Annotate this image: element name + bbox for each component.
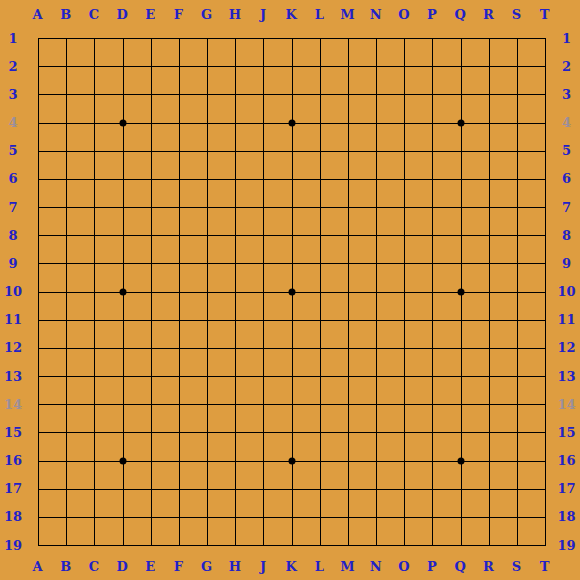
intersection-P5[interactable] [418,136,446,164]
intersection-A7[interactable] [24,192,52,220]
intersection-G18[interactable] [192,502,220,530]
intersection-B6[interactable] [52,164,80,192]
intersection-L1[interactable] [305,24,333,52]
intersection-R16[interactable] [474,446,502,474]
intersection-C10[interactable] [80,277,108,305]
intersection-N6[interactable] [361,164,389,192]
intersection-B18[interactable] [52,502,80,530]
intersection-A13[interactable] [24,361,52,389]
intersection-F11[interactable] [164,305,192,333]
intersection-P3[interactable] [418,80,446,108]
intersection-O19[interactable] [390,530,418,558]
intersection-A9[interactable] [24,249,52,277]
intersection-H8[interactable] [221,221,249,249]
intersection-E8[interactable] [136,221,164,249]
intersection-R19[interactable] [474,530,502,558]
intersection-F5[interactable] [164,136,192,164]
intersection-N7[interactable] [361,192,389,220]
intersection-Q13[interactable] [446,361,474,389]
intersection-S3[interactable] [502,80,530,108]
intersection-O18[interactable] [390,502,418,530]
intersection-O14[interactable] [390,390,418,418]
intersection-K14[interactable] [277,390,305,418]
intersection-E7[interactable] [136,192,164,220]
intersection-T6[interactable] [530,164,558,192]
intersection-O13[interactable] [390,361,418,389]
intersection-N12[interactable] [361,333,389,361]
intersection-Q2[interactable] [446,52,474,80]
intersection-M4[interactable] [333,108,361,136]
intersection-O9[interactable] [390,249,418,277]
intersection-T3[interactable] [530,80,558,108]
intersection-R4[interactable] [474,108,502,136]
intersection-K16[interactable] [277,446,305,474]
intersection-L2[interactable] [305,52,333,80]
intersection-B14[interactable] [52,390,80,418]
intersection-B17[interactable] [52,474,80,502]
intersection-H4[interactable] [221,108,249,136]
intersection-O5[interactable] [390,136,418,164]
intersection-L9[interactable] [305,249,333,277]
intersection-C15[interactable] [80,418,108,446]
intersection-F4[interactable] [164,108,192,136]
intersection-E2[interactable] [136,52,164,80]
intersection-K3[interactable] [277,80,305,108]
intersection-B4[interactable] [52,108,80,136]
intersection-C2[interactable] [80,52,108,80]
intersection-C7[interactable] [80,192,108,220]
intersection-T8[interactable] [530,221,558,249]
intersection-P10[interactable] [418,277,446,305]
intersection-D8[interactable] [108,221,136,249]
intersection-M10[interactable] [333,277,361,305]
intersection-Q12[interactable] [446,333,474,361]
intersection-E3[interactable] [136,80,164,108]
intersection-K15[interactable] [277,418,305,446]
intersection-R1[interactable] [474,24,502,52]
intersection-M9[interactable] [333,249,361,277]
intersection-E5[interactable] [136,136,164,164]
intersection-D9[interactable] [108,249,136,277]
intersection-J8[interactable] [249,221,277,249]
intersection-P9[interactable] [418,249,446,277]
intersection-E12[interactable] [136,333,164,361]
intersection-A14[interactable] [24,390,52,418]
intersection-T7[interactable] [530,192,558,220]
intersection-L3[interactable] [305,80,333,108]
intersection-H15[interactable] [221,418,249,446]
intersection-B5[interactable] [52,136,80,164]
intersection-Q15[interactable] [446,418,474,446]
intersection-Q11[interactable] [446,305,474,333]
intersection-A11[interactable] [24,305,52,333]
intersection-R6[interactable] [474,164,502,192]
intersection-S11[interactable] [502,305,530,333]
intersection-L6[interactable] [305,164,333,192]
intersection-P19[interactable] [418,530,446,558]
intersection-S7[interactable] [502,192,530,220]
intersection-H16[interactable] [221,446,249,474]
intersection-C8[interactable] [80,221,108,249]
intersection-D10[interactable] [108,277,136,305]
intersection-R13[interactable] [474,361,502,389]
intersection-J18[interactable] [249,502,277,530]
intersection-K5[interactable] [277,136,305,164]
intersection-D19[interactable] [108,530,136,558]
intersection-C13[interactable] [80,361,108,389]
intersection-E15[interactable] [136,418,164,446]
intersection-N10[interactable] [361,277,389,305]
intersection-P18[interactable] [418,502,446,530]
intersection-A1[interactable] [24,24,52,52]
intersection-D17[interactable] [108,474,136,502]
intersection-O3[interactable] [390,80,418,108]
intersection-K6[interactable] [277,164,305,192]
intersection-A6[interactable] [24,164,52,192]
intersection-A18[interactable] [24,502,52,530]
intersection-E13[interactable] [136,361,164,389]
intersection-S6[interactable] [502,164,530,192]
intersection-O15[interactable] [390,418,418,446]
intersection-Q10[interactable] [446,277,474,305]
intersection-T2[interactable] [530,52,558,80]
intersection-S17[interactable] [502,474,530,502]
intersection-D13[interactable] [108,361,136,389]
intersection-K10[interactable] [277,277,305,305]
intersection-Q16[interactable] [446,446,474,474]
intersection-G17[interactable] [192,474,220,502]
intersection-F6[interactable] [164,164,192,192]
intersection-G5[interactable] [192,136,220,164]
intersection-H3[interactable] [221,80,249,108]
intersection-D11[interactable] [108,305,136,333]
intersection-A17[interactable] [24,474,52,502]
intersection-N13[interactable] [361,361,389,389]
intersection-D6[interactable] [108,164,136,192]
intersection-P2[interactable] [418,52,446,80]
intersection-P11[interactable] [418,305,446,333]
intersection-K18[interactable] [277,502,305,530]
intersection-S18[interactable] [502,502,530,530]
intersection-F17[interactable] [164,474,192,502]
intersection-H6[interactable] [221,164,249,192]
intersection-N9[interactable] [361,249,389,277]
intersection-L10[interactable] [305,277,333,305]
intersection-G2[interactable] [192,52,220,80]
intersection-C11[interactable] [80,305,108,333]
intersection-T4[interactable] [530,108,558,136]
intersection-A5[interactable] [24,136,52,164]
intersection-R15[interactable] [474,418,502,446]
intersection-T13[interactable] [530,361,558,389]
intersection-E16[interactable] [136,446,164,474]
intersection-G7[interactable] [192,192,220,220]
intersection-M18[interactable] [333,502,361,530]
intersection-H7[interactable] [221,192,249,220]
intersection-J19[interactable] [249,530,277,558]
intersection-O10[interactable] [390,277,418,305]
intersection-F8[interactable] [164,221,192,249]
intersection-H9[interactable] [221,249,249,277]
intersection-F2[interactable] [164,52,192,80]
intersection-K12[interactable] [277,333,305,361]
intersection-F16[interactable] [164,446,192,474]
intersection-P13[interactable] [418,361,446,389]
intersection-J9[interactable] [249,249,277,277]
intersection-T5[interactable] [530,136,558,164]
intersection-G19[interactable] [192,530,220,558]
intersection-S16[interactable] [502,446,530,474]
intersection-H11[interactable] [221,305,249,333]
intersection-J13[interactable] [249,361,277,389]
intersection-B9[interactable] [52,249,80,277]
intersection-J1[interactable] [249,24,277,52]
intersection-R5[interactable] [474,136,502,164]
intersection-M15[interactable] [333,418,361,446]
intersection-B13[interactable] [52,361,80,389]
intersection-T17[interactable] [530,474,558,502]
intersection-M13[interactable] [333,361,361,389]
intersection-L12[interactable] [305,333,333,361]
intersection-B2[interactable] [52,52,80,80]
intersection-O12[interactable] [390,333,418,361]
intersection-H12[interactable] [221,333,249,361]
intersection-C19[interactable] [80,530,108,558]
intersection-G3[interactable] [192,80,220,108]
intersection-D14[interactable] [108,390,136,418]
intersection-K1[interactable] [277,24,305,52]
intersection-H13[interactable] [221,361,249,389]
intersection-N16[interactable] [361,446,389,474]
intersection-J7[interactable] [249,192,277,220]
intersection-C17[interactable] [80,474,108,502]
intersection-B7[interactable] [52,192,80,220]
intersection-J2[interactable] [249,52,277,80]
intersection-L11[interactable] [305,305,333,333]
intersection-T10[interactable] [530,277,558,305]
intersection-F9[interactable] [164,249,192,277]
intersection-J4[interactable] [249,108,277,136]
intersection-D5[interactable] [108,136,136,164]
intersection-B12[interactable] [52,333,80,361]
intersection-E14[interactable] [136,390,164,418]
intersection-T12[interactable] [530,333,558,361]
intersection-F14[interactable] [164,390,192,418]
intersection-Q3[interactable] [446,80,474,108]
intersection-A15[interactable] [24,418,52,446]
intersection-O7[interactable] [390,192,418,220]
intersection-N19[interactable] [361,530,389,558]
intersection-R7[interactable] [474,192,502,220]
intersection-G10[interactable] [192,277,220,305]
intersection-L8[interactable] [305,221,333,249]
intersection-J6[interactable] [249,164,277,192]
intersection-S10[interactable] [502,277,530,305]
intersection-G1[interactable] [192,24,220,52]
intersection-O16[interactable] [390,446,418,474]
intersection-T1[interactable] [530,24,558,52]
intersection-G16[interactable] [192,446,220,474]
intersection-Q5[interactable] [446,136,474,164]
intersection-K19[interactable] [277,530,305,558]
intersection-L13[interactable] [305,361,333,389]
intersection-F7[interactable] [164,192,192,220]
intersection-A19[interactable] [24,530,52,558]
intersection-D16[interactable] [108,446,136,474]
intersection-C1[interactable] [80,24,108,52]
intersection-D15[interactable] [108,418,136,446]
intersection-O6[interactable] [390,164,418,192]
intersection-O4[interactable] [390,108,418,136]
intersection-G4[interactable] [192,108,220,136]
intersection-N5[interactable] [361,136,389,164]
intersection-S9[interactable] [502,249,530,277]
intersection-L4[interactable] [305,108,333,136]
intersection-Q17[interactable] [446,474,474,502]
intersection-N4[interactable] [361,108,389,136]
intersection-L14[interactable] [305,390,333,418]
intersection-R3[interactable] [474,80,502,108]
intersection-K7[interactable] [277,192,305,220]
intersection-F15[interactable] [164,418,192,446]
intersection-E11[interactable] [136,305,164,333]
intersection-O8[interactable] [390,221,418,249]
intersection-Q8[interactable] [446,221,474,249]
intersection-C14[interactable] [80,390,108,418]
intersection-N17[interactable] [361,474,389,502]
intersection-N14[interactable] [361,390,389,418]
intersection-D4[interactable] [108,108,136,136]
intersection-T14[interactable] [530,390,558,418]
intersection-M12[interactable] [333,333,361,361]
intersection-L5[interactable] [305,136,333,164]
intersection-F18[interactable] [164,502,192,530]
intersection-M14[interactable] [333,390,361,418]
intersection-K13[interactable] [277,361,305,389]
intersection-L7[interactable] [305,192,333,220]
intersection-S15[interactable] [502,418,530,446]
intersection-E4[interactable] [136,108,164,136]
intersection-M16[interactable] [333,446,361,474]
intersection-A8[interactable] [24,221,52,249]
intersection-Q1[interactable] [446,24,474,52]
intersection-B16[interactable] [52,446,80,474]
intersection-B1[interactable] [52,24,80,52]
intersection-S12[interactable] [502,333,530,361]
intersection-Q19[interactable] [446,530,474,558]
intersection-M11[interactable] [333,305,361,333]
intersection-S1[interactable] [502,24,530,52]
intersection-E18[interactable] [136,502,164,530]
intersection-M1[interactable] [333,24,361,52]
intersection-E17[interactable] [136,474,164,502]
intersection-R18[interactable] [474,502,502,530]
intersection-L16[interactable] [305,446,333,474]
intersection-F12[interactable] [164,333,192,361]
intersection-Q9[interactable] [446,249,474,277]
intersection-T18[interactable] [530,502,558,530]
intersection-L19[interactable] [305,530,333,558]
intersection-A4[interactable] [24,108,52,136]
intersection-C16[interactable] [80,446,108,474]
intersection-G11[interactable] [192,305,220,333]
intersection-G9[interactable] [192,249,220,277]
intersection-P7[interactable] [418,192,446,220]
intersection-R11[interactable] [474,305,502,333]
intersection-C6[interactable] [80,164,108,192]
intersection-H5[interactable] [221,136,249,164]
intersection-M7[interactable] [333,192,361,220]
intersection-D2[interactable] [108,52,136,80]
intersection-N8[interactable] [361,221,389,249]
intersection-S2[interactable] [502,52,530,80]
intersection-S8[interactable] [502,221,530,249]
intersection-H1[interactable] [221,24,249,52]
intersection-R8[interactable] [474,221,502,249]
intersection-A2[interactable] [24,52,52,80]
intersection-Q18[interactable] [446,502,474,530]
intersection-F1[interactable] [164,24,192,52]
intersection-E9[interactable] [136,249,164,277]
intersection-E10[interactable] [136,277,164,305]
intersection-D12[interactable] [108,333,136,361]
intersection-J5[interactable] [249,136,277,164]
intersection-B8[interactable] [52,221,80,249]
intersection-N1[interactable] [361,24,389,52]
intersection-B11[interactable] [52,305,80,333]
intersection-O17[interactable] [390,474,418,502]
intersection-J16[interactable] [249,446,277,474]
intersection-H14[interactable] [221,390,249,418]
intersection-E1[interactable] [136,24,164,52]
intersection-J10[interactable] [249,277,277,305]
intersection-L15[interactable] [305,418,333,446]
intersection-J11[interactable] [249,305,277,333]
intersection-F3[interactable] [164,80,192,108]
intersection-K8[interactable] [277,221,305,249]
intersection-J12[interactable] [249,333,277,361]
intersection-N2[interactable] [361,52,389,80]
intersection-R17[interactable] [474,474,502,502]
intersection-O2[interactable] [390,52,418,80]
intersection-E6[interactable] [136,164,164,192]
intersection-R2[interactable] [474,52,502,80]
go-board[interactable]: AABBCCDDEEFFGGHHJJKKLLMMNNOOPPQQRRSSTT11… [0,0,580,580]
intersection-T16[interactable] [530,446,558,474]
intersection-F19[interactable] [164,530,192,558]
intersection-N3[interactable] [361,80,389,108]
intersection-A10[interactable] [24,277,52,305]
intersection-M3[interactable] [333,80,361,108]
intersection-S13[interactable] [502,361,530,389]
intersection-D7[interactable] [108,192,136,220]
intersection-Q4[interactable] [446,108,474,136]
intersection-M6[interactable] [333,164,361,192]
intersection-S5[interactable] [502,136,530,164]
intersection-M8[interactable] [333,221,361,249]
intersection-J15[interactable] [249,418,277,446]
intersection-T9[interactable] [530,249,558,277]
intersection-C3[interactable] [80,80,108,108]
intersection-O11[interactable] [390,305,418,333]
intersection-H18[interactable] [221,502,249,530]
intersection-M5[interactable] [333,136,361,164]
intersection-Q6[interactable] [446,164,474,192]
intersection-P15[interactable] [418,418,446,446]
intersection-R14[interactable] [474,390,502,418]
intersection-T19[interactable] [530,530,558,558]
intersection-L17[interactable] [305,474,333,502]
